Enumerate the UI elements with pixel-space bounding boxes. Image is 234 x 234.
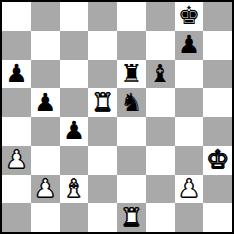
white-king: ♚ [206,146,228,174]
square-d8[interactable] [88,2,117,31]
square-g5[interactable] [175,88,204,117]
square-h1[interactable] [203,203,232,232]
square-f1[interactable] [146,203,175,232]
square-c8[interactable] [60,2,89,31]
black-pawn: ♟ [34,89,56,117]
square-g6[interactable] [175,60,204,89]
square-c1[interactable] [60,203,89,232]
square-e8[interactable] [117,2,146,31]
square-f3[interactable] [146,146,175,175]
square-f4[interactable] [146,117,175,146]
square-e4[interactable] [117,117,146,146]
chess-board: ♚♟♟♜♝♟♜♞♟♟♚♟♝♟♜ [0,0,234,234]
square-e5[interactable]: ♞ [117,88,146,117]
square-d7[interactable] [88,31,117,60]
square-d6[interactable] [88,60,117,89]
square-h5[interactable] [203,88,232,117]
square-b5[interactable]: ♟ [31,88,60,117]
square-b3[interactable] [31,146,60,175]
square-a7[interactable] [2,31,31,60]
square-h7[interactable] [203,31,232,60]
square-a8[interactable] [2,2,31,31]
square-b6[interactable] [31,60,60,89]
square-c2[interactable]: ♝ [60,175,89,204]
square-a6[interactable]: ♟ [2,60,31,89]
square-a1[interactable] [2,203,31,232]
square-e2[interactable] [117,175,146,204]
square-g3[interactable] [175,146,204,175]
square-g8[interactable]: ♚ [175,2,204,31]
square-g1[interactable] [175,203,204,232]
square-a2[interactable] [2,175,31,204]
square-b4[interactable] [31,117,60,146]
square-h4[interactable] [203,117,232,146]
square-d4[interactable] [88,117,117,146]
square-c5[interactable] [60,88,89,117]
square-g2[interactable]: ♟ [175,175,204,204]
square-f7[interactable] [146,31,175,60]
black-pawn: ♟ [5,60,27,88]
square-f5[interactable] [146,88,175,117]
square-d3[interactable] [88,146,117,175]
square-c4[interactable]: ♟ [60,117,89,146]
square-f8[interactable] [146,2,175,31]
square-d1[interactable] [88,203,117,232]
square-c6[interactable] [60,60,89,89]
square-g7[interactable]: ♟ [175,31,204,60]
square-a3[interactable]: ♟ [2,146,31,175]
square-e3[interactable] [117,146,146,175]
white-bishop: ♝ [63,175,85,203]
white-rook: ♜ [120,204,142,232]
square-c7[interactable] [60,31,89,60]
square-d5[interactable]: ♜ [88,88,117,117]
square-h2[interactable] [203,175,232,204]
square-a4[interactable] [2,117,31,146]
square-e7[interactable] [117,31,146,60]
black-pawn: ♟ [63,117,85,145]
black-knight: ♞ [120,89,142,117]
square-b1[interactable] [31,203,60,232]
square-f2[interactable] [146,175,175,204]
square-d2[interactable] [88,175,117,204]
square-h6[interactable] [203,60,232,89]
white-pawn: ♟ [5,146,27,174]
black-rook: ♜ [120,60,142,88]
square-e6[interactable]: ♜ [117,60,146,89]
square-c3[interactable] [60,146,89,175]
square-b8[interactable] [31,2,60,31]
square-e1[interactable]: ♜ [117,203,146,232]
square-a5[interactable] [2,88,31,117]
white-pawn: ♟ [178,175,200,203]
black-king: ♚ [178,2,200,30]
square-b2[interactable]: ♟ [31,175,60,204]
black-pawn: ♟ [178,31,200,59]
square-h3[interactable]: ♚ [203,146,232,175]
black-bishop: ♝ [149,60,171,88]
square-b7[interactable] [31,31,60,60]
square-h8[interactable] [203,2,232,31]
white-pawn: ♟ [34,175,56,203]
white-rook: ♜ [91,89,113,117]
square-g4[interactable] [175,117,204,146]
square-f6[interactable]: ♝ [146,60,175,89]
